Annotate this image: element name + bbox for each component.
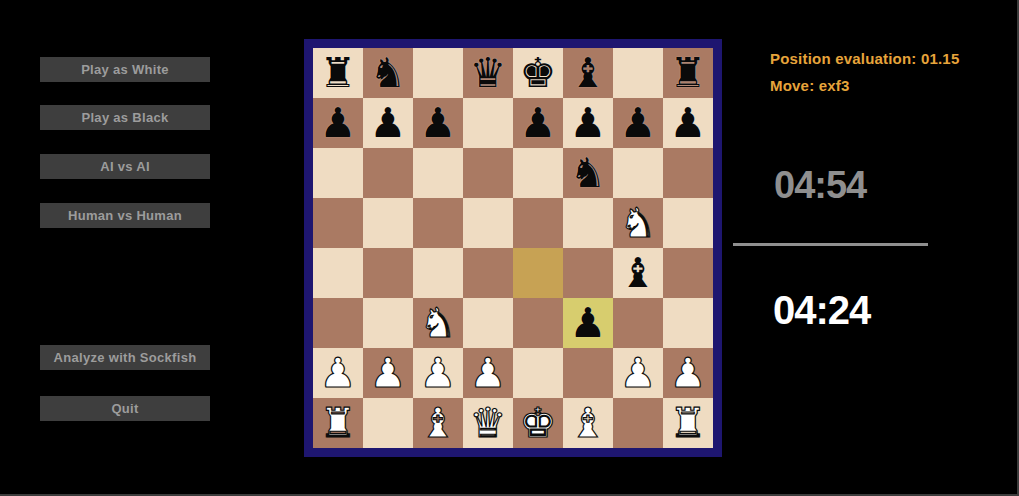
square-e5[interactable] xyxy=(513,198,563,248)
square-a8[interactable]: ♜ xyxy=(313,48,363,98)
square-g8[interactable] xyxy=(613,48,663,98)
square-c4[interactable] xyxy=(413,248,463,298)
square-b3[interactable] xyxy=(363,298,413,348)
white-pawn[interactable]: ♟ xyxy=(470,348,507,398)
square-c8[interactable] xyxy=(413,48,463,98)
square-d5[interactable] xyxy=(463,198,513,248)
square-g2[interactable]: ♟ xyxy=(613,348,663,398)
square-g1[interactable] xyxy=(613,398,663,448)
square-d4[interactable] xyxy=(463,248,513,298)
square-f8[interactable]: ♝ xyxy=(563,48,613,98)
white-pawn[interactable]: ♟ xyxy=(420,348,457,398)
last-move-text: Move: exf3 xyxy=(770,77,850,94)
square-g4[interactable]: ♝ xyxy=(613,248,663,298)
black-pawn[interactable]: ♟ xyxy=(420,98,457,148)
square-c7[interactable]: ♟ xyxy=(413,98,463,148)
black-pawn[interactable]: ♟ xyxy=(620,98,657,148)
square-f1[interactable]: ♝ xyxy=(563,398,613,448)
white-pawn[interactable]: ♟ xyxy=(320,348,357,398)
square-c1[interactable]: ♝ xyxy=(413,398,463,448)
square-c3[interactable]: ♞ xyxy=(413,298,463,348)
human-vs-human-button[interactable]: Human vs Human xyxy=(40,203,210,228)
quit-button[interactable]: Quit xyxy=(40,396,210,421)
black-knight[interactable]: ♞ xyxy=(570,148,607,198)
square-f4[interactable] xyxy=(563,248,613,298)
square-h8[interactable]: ♜ xyxy=(663,48,713,98)
square-b4[interactable] xyxy=(363,248,413,298)
black-pawn[interactable]: ♟ xyxy=(570,98,607,148)
square-d8[interactable]: ♛ xyxy=(463,48,513,98)
square-e1[interactable]: ♚ xyxy=(513,398,563,448)
ai-vs-ai-button[interactable]: AI vs AI xyxy=(40,154,210,179)
position-evaluation-text: Position evaluation: 01.15 xyxy=(770,50,959,67)
square-h1[interactable]: ♜ xyxy=(663,398,713,448)
white-pawn[interactable]: ♟ xyxy=(370,348,407,398)
square-e8[interactable]: ♚ xyxy=(513,48,563,98)
black-clock: 04:54 xyxy=(774,164,866,207)
square-f3[interactable]: ♟ xyxy=(563,298,613,348)
white-rook[interactable]: ♜ xyxy=(670,398,707,448)
play-as-white-button[interactable]: Play as White xyxy=(40,57,210,82)
square-h4[interactable] xyxy=(663,248,713,298)
square-e3[interactable] xyxy=(513,298,563,348)
square-g6[interactable] xyxy=(613,148,663,198)
chess-board: ♜♞♛♚♝♜♟♟♟♟♟♟♟♞♞♝♞♟♟♟♟♟♟♟♜♝♛♚♝♜ xyxy=(304,39,722,457)
analyze-with-sockfish-button[interactable]: Analyze with Sockfish xyxy=(40,345,210,370)
square-b5[interactable] xyxy=(363,198,413,248)
black-pawn[interactable]: ♟ xyxy=(670,98,707,148)
square-d7[interactable] xyxy=(463,98,513,148)
square-f6[interactable]: ♞ xyxy=(563,148,613,198)
square-e6[interactable] xyxy=(513,148,563,198)
square-b1[interactable] xyxy=(363,398,413,448)
square-e7[interactable]: ♟ xyxy=(513,98,563,148)
square-a6[interactable] xyxy=(313,148,363,198)
square-d3[interactable] xyxy=(463,298,513,348)
black-pawn[interactable]: ♟ xyxy=(570,298,607,348)
square-f7[interactable]: ♟ xyxy=(563,98,613,148)
white-clock: 04:24 xyxy=(773,288,870,333)
square-a7[interactable]: ♟ xyxy=(313,98,363,148)
square-a2[interactable]: ♟ xyxy=(313,348,363,398)
white-bishop[interactable]: ♝ xyxy=(570,398,607,448)
square-a1[interactable]: ♜ xyxy=(313,398,363,448)
clock-divider xyxy=(733,243,928,246)
square-a3[interactable] xyxy=(313,298,363,348)
black-rook[interactable]: ♜ xyxy=(670,48,707,98)
white-king[interactable]: ♚ xyxy=(520,398,557,448)
square-b7[interactable]: ♟ xyxy=(363,98,413,148)
square-g7[interactable]: ♟ xyxy=(613,98,663,148)
square-b6[interactable] xyxy=(363,148,413,198)
square-d6[interactable] xyxy=(463,148,513,198)
black-pawn[interactable]: ♟ xyxy=(520,98,557,148)
black-king[interactable]: ♚ xyxy=(520,48,557,98)
black-bishop[interactable]: ♝ xyxy=(620,248,657,298)
square-f5[interactable] xyxy=(563,198,613,248)
white-knight[interactable]: ♞ xyxy=(420,298,457,348)
square-e4[interactable] xyxy=(513,248,563,298)
white-rook[interactable]: ♜ xyxy=(320,398,357,448)
square-h7[interactable]: ♟ xyxy=(663,98,713,148)
black-rook[interactable]: ♜ xyxy=(320,48,357,98)
square-h6[interactable] xyxy=(663,148,713,198)
square-g5[interactable]: ♞ xyxy=(613,198,663,248)
white-queen[interactable]: ♛ xyxy=(470,398,507,448)
square-h5[interactable] xyxy=(663,198,713,248)
square-g3[interactable] xyxy=(613,298,663,348)
white-pawn[interactable]: ♟ xyxy=(670,348,707,398)
square-d2[interactable]: ♟ xyxy=(463,348,513,398)
square-h3[interactable] xyxy=(663,298,713,348)
square-e2[interactable] xyxy=(513,348,563,398)
square-a5[interactable] xyxy=(313,198,363,248)
square-c6[interactable] xyxy=(413,148,463,198)
black-bishop[interactable]: ♝ xyxy=(570,48,607,98)
black-pawn[interactable]: ♟ xyxy=(370,98,407,148)
square-b8[interactable]: ♞ xyxy=(363,48,413,98)
square-f2[interactable] xyxy=(563,348,613,398)
square-c2[interactable]: ♟ xyxy=(413,348,463,398)
square-d1[interactable]: ♛ xyxy=(463,398,513,448)
white-bishop[interactable]: ♝ xyxy=(420,398,457,448)
white-knight[interactable]: ♞ xyxy=(620,198,657,248)
square-c5[interactable] xyxy=(413,198,463,248)
square-a4[interactable] xyxy=(313,248,363,298)
square-h2[interactable]: ♟ xyxy=(663,348,713,398)
white-pawn[interactable]: ♟ xyxy=(620,348,657,398)
play-as-black-button[interactable]: Play as Black xyxy=(40,105,210,130)
chess-app-window: { "game": "chess", "position": { "fen": … xyxy=(0,0,1019,496)
black-knight[interactable]: ♞ xyxy=(370,48,407,98)
black-queen[interactable]: ♛ xyxy=(470,48,507,98)
black-pawn[interactable]: ♟ xyxy=(320,98,357,148)
square-b2[interactable]: ♟ xyxy=(363,348,413,398)
